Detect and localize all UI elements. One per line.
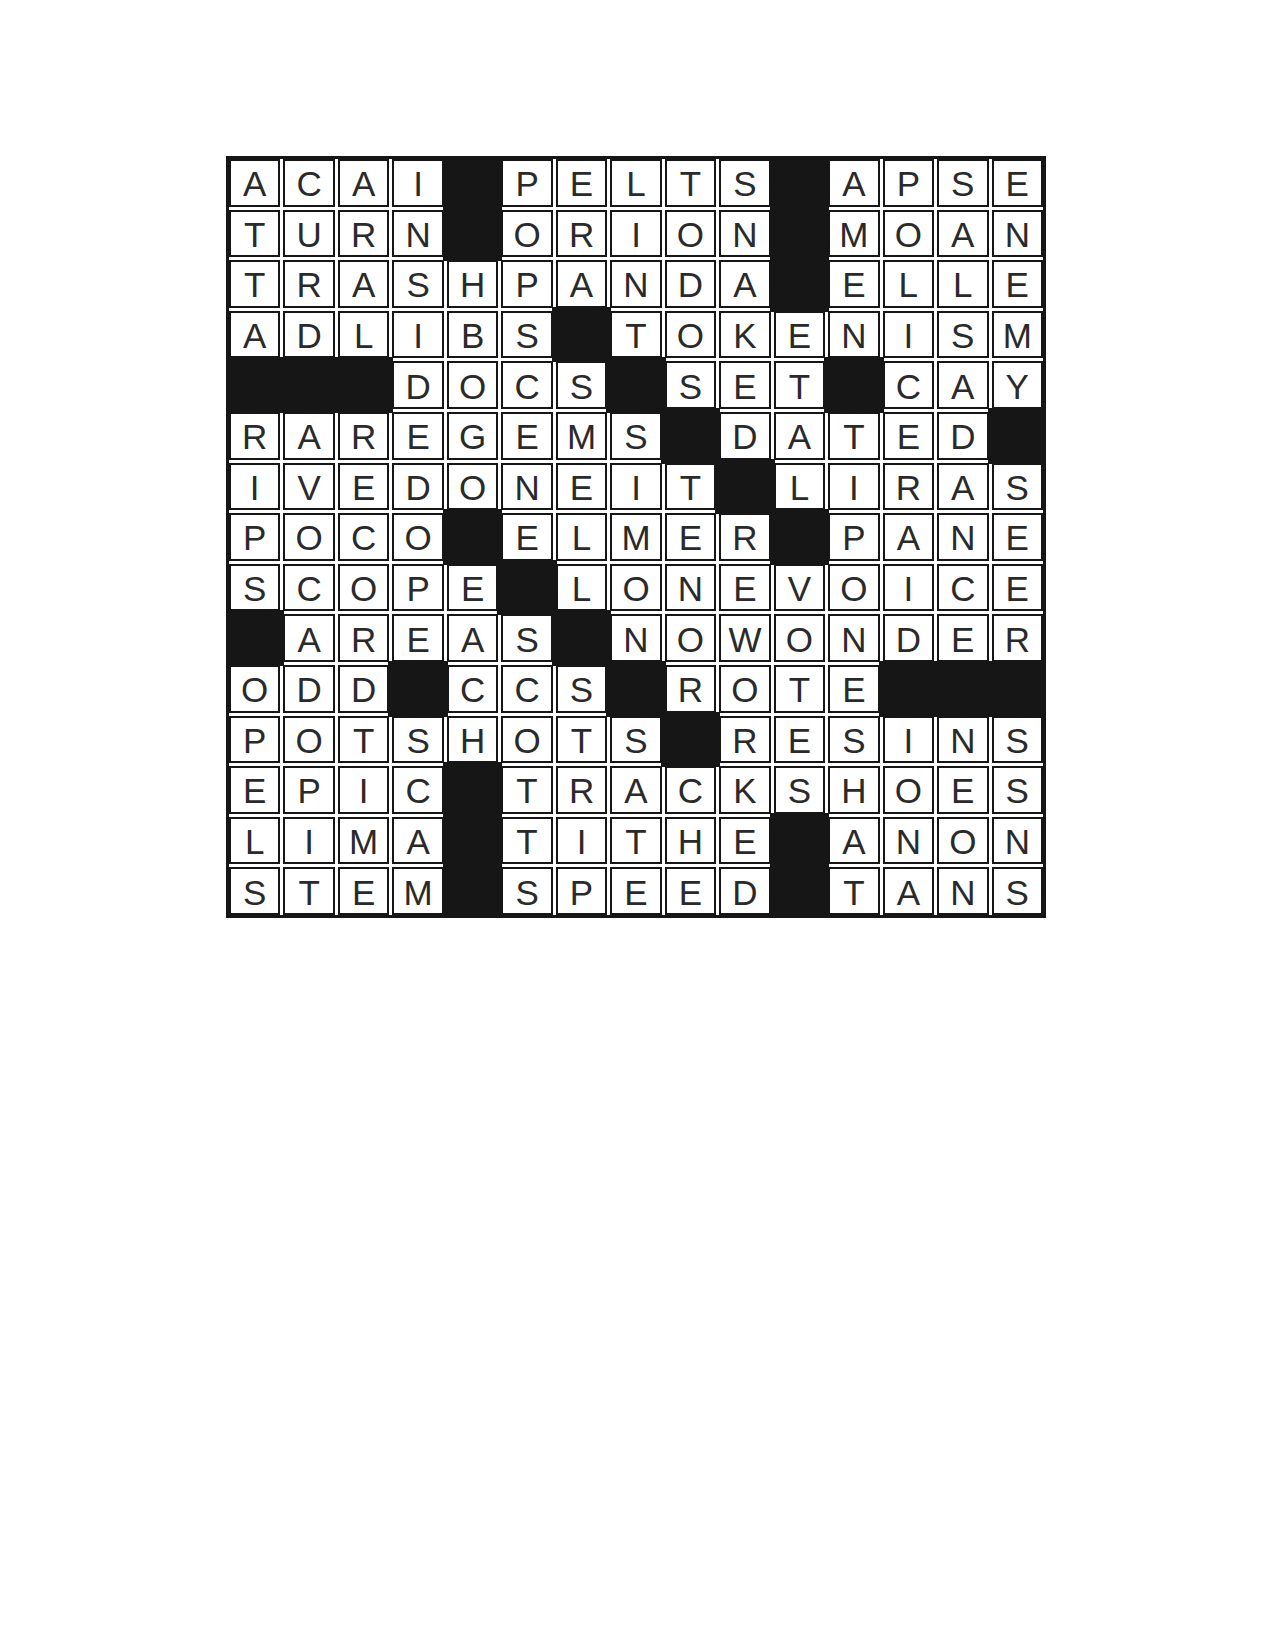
crossword-cell-r7c15: S xyxy=(992,463,1043,511)
crossword-cell-r13c15: S xyxy=(992,766,1043,814)
crossword-cell-r6c4: E xyxy=(392,412,443,460)
crossword-cell-r7c8: I xyxy=(610,463,661,511)
crossword-cell-r14c5 xyxy=(447,817,498,865)
crossword-cell-r15c14: N xyxy=(937,867,988,915)
crossword-cell-r7c10 xyxy=(719,463,770,511)
crossword-cell-r6c13: E xyxy=(883,412,934,460)
crossword-cell-r4c6: S xyxy=(501,311,552,359)
crossword-cell-r5c14: A xyxy=(937,361,988,409)
crossword-cell-r11c4 xyxy=(392,665,443,713)
crossword-cell-r8c10: R xyxy=(719,513,770,561)
crossword-cell-r11c13 xyxy=(883,665,934,713)
crossword-cell-r6c3: R xyxy=(338,412,389,460)
crossword-cell-r5c6: C xyxy=(501,361,552,409)
crossword-cell-r10c7 xyxy=(556,614,607,662)
crossword-cell-r3c5: H xyxy=(447,260,498,308)
crossword-cell-r10c6: S xyxy=(501,614,552,662)
crossword-cell-r5c3 xyxy=(338,361,389,409)
crossword-cell-r11c8 xyxy=(610,665,661,713)
crossword-cell-r1c14: S xyxy=(937,159,988,207)
crossword-cell-r3c2: R xyxy=(283,260,334,308)
crossword-cell-r12c14: N xyxy=(937,716,988,764)
crossword-cell-r11c11: T xyxy=(774,665,825,713)
page: ACAIPELTSAPSETURNORIONMOANTRASHPANDAELLE… xyxy=(0,0,1265,1638)
crossword-cell-r4c5: B xyxy=(447,311,498,359)
crossword-cell-r3c14: L xyxy=(937,260,988,308)
crossword-cell-r5c12 xyxy=(828,361,879,409)
crossword-cell-r5c1 xyxy=(229,361,280,409)
crossword-cell-r5c10: E xyxy=(719,361,770,409)
crossword-cell-r14c6: T xyxy=(501,817,552,865)
crossword-cell-r9c13: I xyxy=(883,564,934,612)
crossword-cell-r10c2: A xyxy=(283,614,334,662)
crossword-cell-r9c3: O xyxy=(338,564,389,612)
crossword-cell-r4c7 xyxy=(556,311,607,359)
crossword-cell-r6c11: A xyxy=(774,412,825,460)
crossword-cell-r8c3: C xyxy=(338,513,389,561)
crossword-cell-r1c6: P xyxy=(501,159,552,207)
crossword-cell-r12c13: I xyxy=(883,716,934,764)
crossword-cell-r15c7: P xyxy=(556,867,607,915)
crossword-cell-r15c13: A xyxy=(883,867,934,915)
crossword-cell-r2c5 xyxy=(447,210,498,258)
crossword-cell-r14c1: L xyxy=(229,817,280,865)
crossword-cell-r12c15: S xyxy=(992,716,1043,764)
crossword-cell-r6c7: M xyxy=(556,412,607,460)
crossword-cell-r7c13: R xyxy=(883,463,934,511)
crossword-cell-r12c12: S xyxy=(828,716,879,764)
crossword-cell-r2c14: A xyxy=(937,210,988,258)
crossword-cell-r7c6: N xyxy=(501,463,552,511)
crossword-cell-r8c9: E xyxy=(665,513,716,561)
crossword-cell-r7c11: L xyxy=(774,463,825,511)
crossword-cell-r5c13: C xyxy=(883,361,934,409)
crossword-cell-r5c2 xyxy=(283,361,334,409)
crossword-cell-r1c13: P xyxy=(883,159,934,207)
crossword-cell-r10c5: A xyxy=(447,614,498,662)
crossword-cell-r12c5: H xyxy=(447,716,498,764)
crossword-cell-r8c2: O xyxy=(283,513,334,561)
crossword-cell-r1c4: I xyxy=(392,159,443,207)
crossword-cell-r13c4: C xyxy=(392,766,443,814)
crossword-cell-r13c9: C xyxy=(665,766,716,814)
crossword-cell-r2c4: N xyxy=(392,210,443,258)
crossword-cell-r10c1 xyxy=(229,614,280,662)
crossword-cell-r1c9: T xyxy=(665,159,716,207)
crossword-cell-r14c7: I xyxy=(556,817,607,865)
crossword-cell-r8c1: P xyxy=(229,513,280,561)
crossword-cell-r2c1: T xyxy=(229,210,280,258)
crossword-cell-r4c12: N xyxy=(828,311,879,359)
crossword-cell-r6c5: G xyxy=(447,412,498,460)
crossword-cell-r12c2: O xyxy=(283,716,334,764)
crossword-cell-r14c12: A xyxy=(828,817,879,865)
crossword-cell-r13c14: E xyxy=(937,766,988,814)
crossword-cell-r14c8: T xyxy=(610,817,661,865)
crossword-cell-r3c8: N xyxy=(610,260,661,308)
crossword-cell-r6c12: T xyxy=(828,412,879,460)
crossword-cell-r11c15 xyxy=(992,665,1043,713)
crossword-cell-r13c5 xyxy=(447,766,498,814)
crossword-cell-r9c9: N xyxy=(665,564,716,612)
crossword-cell-r14c15: N xyxy=(992,817,1043,865)
crossword-cell-r5c15: Y xyxy=(992,361,1043,409)
crossword-cell-r9c10: E xyxy=(719,564,770,612)
crossword-cell-r8c8: M xyxy=(610,513,661,561)
crossword-cell-r2c3: R xyxy=(338,210,389,258)
crossword-cell-r9c8: O xyxy=(610,564,661,612)
crossword-cell-r11c7: S xyxy=(556,665,607,713)
crossword-cell-r8c11 xyxy=(774,513,825,561)
crossword-cell-r7c9: T xyxy=(665,463,716,511)
crossword-cell-r13c3: I xyxy=(338,766,389,814)
crossword-cell-r8c7: L xyxy=(556,513,607,561)
crossword-cell-r9c11: V xyxy=(774,564,825,612)
crossword-cell-r2c9: O xyxy=(665,210,716,258)
crossword-cell-r3c11 xyxy=(774,260,825,308)
crossword-cell-r12c6: O xyxy=(501,716,552,764)
crossword-cell-r1c12: A xyxy=(828,159,879,207)
crossword-cell-r6c9 xyxy=(665,412,716,460)
crossword-cell-r11c2: D xyxy=(283,665,334,713)
crossword-cell-r10c15: R xyxy=(992,614,1043,662)
crossword-cell-r12c3: T xyxy=(338,716,389,764)
crossword-cell-r8c6: E xyxy=(501,513,552,561)
crossword-cell-r4c11: E xyxy=(774,311,825,359)
crossword-cell-r5c8 xyxy=(610,361,661,409)
crossword-cell-r8c14: N xyxy=(937,513,988,561)
crossword-cell-r11c1: O xyxy=(229,665,280,713)
crossword-cell-r7c4: D xyxy=(392,463,443,511)
crossword-cell-r13c8: A xyxy=(610,766,661,814)
crossword-cell-r10c12: N xyxy=(828,614,879,662)
crossword-cell-r8c12: P xyxy=(828,513,879,561)
crossword-cell-r14c14: O xyxy=(937,817,988,865)
crossword-cell-r9c14: C xyxy=(937,564,988,612)
crossword-cell-r15c3: E xyxy=(338,867,389,915)
crossword-cell-r2c8: I xyxy=(610,210,661,258)
crossword-cell-r7c2: V xyxy=(283,463,334,511)
crossword-cell-r4c10: K xyxy=(719,311,770,359)
crossword-cell-r1c8: L xyxy=(610,159,661,207)
crossword-cell-r14c13: N xyxy=(883,817,934,865)
crossword-cell-r11c3: D xyxy=(338,665,389,713)
crossword-cell-r15c9: E xyxy=(665,867,716,915)
crossword-cell-r14c9: H xyxy=(665,817,716,865)
crossword-grid: ACAIPELTSAPSETURNORIONMOANTRASHPANDAELLE… xyxy=(226,156,1046,918)
crossword-cell-r10c3: R xyxy=(338,614,389,662)
crossword-cell-r15c11 xyxy=(774,867,825,915)
crossword-cell-r12c9 xyxy=(665,716,716,764)
crossword-cell-r9c15: E xyxy=(992,564,1043,612)
crossword-cell-r5c4: D xyxy=(392,361,443,409)
crossword-cell-r11c9: R xyxy=(665,665,716,713)
crossword-cell-r5c7: S xyxy=(556,361,607,409)
crossword-cell-r4c3: L xyxy=(338,311,389,359)
crossword-cell-r7c5: O xyxy=(447,463,498,511)
crossword-cell-r2c12: M xyxy=(828,210,879,258)
crossword-cell-r14c3: M xyxy=(338,817,389,865)
crossword-cell-r13c13: O xyxy=(883,766,934,814)
crossword-cell-r2c15: N xyxy=(992,210,1043,258)
crossword-cell-r10c13: D xyxy=(883,614,934,662)
crossword-cell-r13c11: S xyxy=(774,766,825,814)
crossword-cell-r7c3: E xyxy=(338,463,389,511)
crossword-cell-r10c4: E xyxy=(392,614,443,662)
crossword-cell-r11c14 xyxy=(937,665,988,713)
crossword-cell-r5c5: O xyxy=(447,361,498,409)
crossword-cell-r15c10: D xyxy=(719,867,770,915)
crossword-cell-r9c1: S xyxy=(229,564,280,612)
crossword-cell-r2c11 xyxy=(774,210,825,258)
crossword-cell-r6c14: D xyxy=(937,412,988,460)
crossword-cell-r15c15: S xyxy=(992,867,1043,915)
crossword-cell-r12c7: T xyxy=(556,716,607,764)
crossword-cell-r4c9: O xyxy=(665,311,716,359)
crossword-cell-r15c8: E xyxy=(610,867,661,915)
crossword-cell-r9c2: C xyxy=(283,564,334,612)
crossword-cell-r4c8: T xyxy=(610,311,661,359)
crossword-cell-r2c2: U xyxy=(283,210,334,258)
crossword-cell-r11c5: C xyxy=(447,665,498,713)
crossword-cell-r3c10: A xyxy=(719,260,770,308)
crossword-cell-r6c2: A xyxy=(283,412,334,460)
crossword-cell-r6c1: R xyxy=(229,412,280,460)
crossword-cell-r3c7: A xyxy=(556,260,607,308)
crossword-cell-r4c13: I xyxy=(883,311,934,359)
crossword-cell-r3c6: P xyxy=(501,260,552,308)
crossword-cell-r13c2: P xyxy=(283,766,334,814)
crossword-cell-r10c10: W xyxy=(719,614,770,662)
crossword-cell-r1c7: E xyxy=(556,159,607,207)
crossword-cell-r9c7: L xyxy=(556,564,607,612)
crossword-cell-r10c11: O xyxy=(774,614,825,662)
crossword-cell-r1c2: C xyxy=(283,159,334,207)
crossword-cell-r2c10: N xyxy=(719,210,770,258)
crossword-cell-r3c12: E xyxy=(828,260,879,308)
crossword-cell-r11c6: C xyxy=(501,665,552,713)
crossword-cell-r10c9: O xyxy=(665,614,716,662)
crossword-cell-r1c5 xyxy=(447,159,498,207)
crossword-cell-r13c12: H xyxy=(828,766,879,814)
crossword-cell-r10c14: E xyxy=(937,614,988,662)
crossword-cell-r14c2: I xyxy=(283,817,334,865)
crossword-cell-r9c4: P xyxy=(392,564,443,612)
crossword-cell-r7c12: I xyxy=(828,463,879,511)
crossword-cell-r6c6: E xyxy=(501,412,552,460)
crossword-cell-r3c3: A xyxy=(338,260,389,308)
crossword-cell-r3c9: D xyxy=(665,260,716,308)
crossword-cell-r1c3: A xyxy=(338,159,389,207)
crossword-cell-r14c11 xyxy=(774,817,825,865)
crossword-cell-r12c1: P xyxy=(229,716,280,764)
crossword-cell-r9c6 xyxy=(501,564,552,612)
crossword-cell-r13c10: K xyxy=(719,766,770,814)
crossword-cell-r4c2: D xyxy=(283,311,334,359)
crossword-cell-r1c11 xyxy=(774,159,825,207)
crossword-cell-r7c7: E xyxy=(556,463,607,511)
crossword-cell-r13c6: T xyxy=(501,766,552,814)
crossword-cell-r3c1: T xyxy=(229,260,280,308)
crossword-cell-r8c15: E xyxy=(992,513,1043,561)
crossword-cell-r7c14: A xyxy=(937,463,988,511)
crossword-cell-r15c2: T xyxy=(283,867,334,915)
crossword-cell-r7c1: I xyxy=(229,463,280,511)
crossword-cell-r5c11: T xyxy=(774,361,825,409)
crossword-cell-r2c13: O xyxy=(883,210,934,258)
crossword-cell-r12c8: S xyxy=(610,716,661,764)
crossword-cell-r13c1: E xyxy=(229,766,280,814)
crossword-cell-r8c13: A xyxy=(883,513,934,561)
crossword-cell-r9c12: O xyxy=(828,564,879,612)
crossword-cell-r1c15: E xyxy=(992,159,1043,207)
crossword-cell-r4c15: M xyxy=(992,311,1043,359)
crossword-cell-r3c15: E xyxy=(992,260,1043,308)
crossword-cell-r1c10: S xyxy=(719,159,770,207)
crossword-cell-r14c10: E xyxy=(719,817,770,865)
crossword-cell-r10c8: N xyxy=(610,614,661,662)
crossword-cell-r13c7: R xyxy=(556,766,607,814)
crossword-cell-r12c10: R xyxy=(719,716,770,764)
crossword-cell-r3c4: S xyxy=(392,260,443,308)
crossword-cell-r5c9: S xyxy=(665,361,716,409)
crossword-cell-r6c10: D xyxy=(719,412,770,460)
crossword-cell-r4c4: I xyxy=(392,311,443,359)
crossword-cell-r4c1: A xyxy=(229,311,280,359)
crossword-cell-r3c13: L xyxy=(883,260,934,308)
crossword-cell-r12c4: S xyxy=(392,716,443,764)
crossword-cell-r2c6: O xyxy=(501,210,552,258)
crossword-cell-r1c1: A xyxy=(229,159,280,207)
crossword-cell-r2c7: R xyxy=(556,210,607,258)
crossword-cell-r15c5 xyxy=(447,867,498,915)
crossword-cell-r14c4: A xyxy=(392,817,443,865)
crossword-cell-r12c11: E xyxy=(774,716,825,764)
crossword-cell-r8c5 xyxy=(447,513,498,561)
crossword-cell-r8c4: O xyxy=(392,513,443,561)
crossword-cell-r15c1: S xyxy=(229,867,280,915)
crossword-cell-r9c5: E xyxy=(447,564,498,612)
crossword-cell-r15c4: M xyxy=(392,867,443,915)
crossword-cell-r4c14: S xyxy=(937,311,988,359)
crossword-cell-r15c12: T xyxy=(828,867,879,915)
crossword-cell-r15c6: S xyxy=(501,867,552,915)
crossword-cell-r11c10: O xyxy=(719,665,770,713)
crossword-cell-r6c8: S xyxy=(610,412,661,460)
crossword-cell-r11c12: E xyxy=(828,665,879,713)
crossword-cell-r6c15 xyxy=(992,412,1043,460)
